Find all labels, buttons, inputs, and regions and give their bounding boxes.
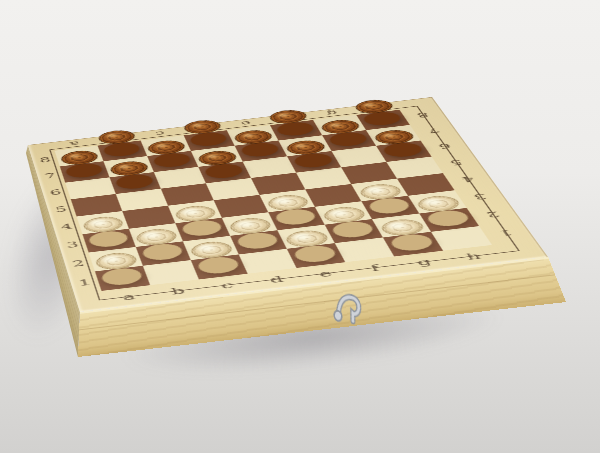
piece-light-man-d2[interactable] — [227, 216, 273, 236]
piece-light-man-a1[interactable] — [94, 251, 139, 271]
piece-light-man-e1[interactable] — [283, 229, 331, 249]
piece-dark-man-c7[interactable] — [145, 139, 187, 156]
piece-dark-man-h8[interactable] — [352, 98, 396, 115]
piece-dark-man-b8[interactable] — [96, 129, 137, 146]
piece-dark-man-g7[interactable] — [318, 118, 362, 135]
piece-light-man-f2[interactable] — [321, 205, 369, 225]
piece-dark-man-f8[interactable] — [267, 108, 310, 125]
piece-light-man-g1[interactable] — [378, 217, 427, 237]
clasp-icon — [326, 286, 370, 328]
piece-light-man-b2[interactable] — [134, 227, 179, 247]
piece-dark-man-d8[interactable] — [182, 119, 224, 136]
piece-light-man-a3[interactable] — [82, 215, 126, 234]
piece-light-man-c1[interactable] — [188, 240, 235, 260]
piece-light-man-h2[interactable] — [414, 194, 463, 213]
piece-dark-man-h6[interactable] — [372, 128, 418, 145]
studio-background: abcdefghabcdefgh8765432187654321 — [0, 0, 600, 453]
piece-dark-man-a7[interactable] — [59, 149, 100, 166]
piece-dark-man-e7[interactable] — [232, 129, 275, 146]
piece-light-man-e3[interactable] — [265, 193, 311, 212]
piece-dark-man-b6[interactable] — [108, 160, 150, 178]
piece-dark-man-d6[interactable] — [196, 149, 239, 167]
piece-dark-man-f6[interactable] — [284, 139, 328, 157]
piece-light-man-g3[interactable] — [357, 182, 404, 201]
piece-light-man-c3[interactable] — [173, 204, 218, 223]
